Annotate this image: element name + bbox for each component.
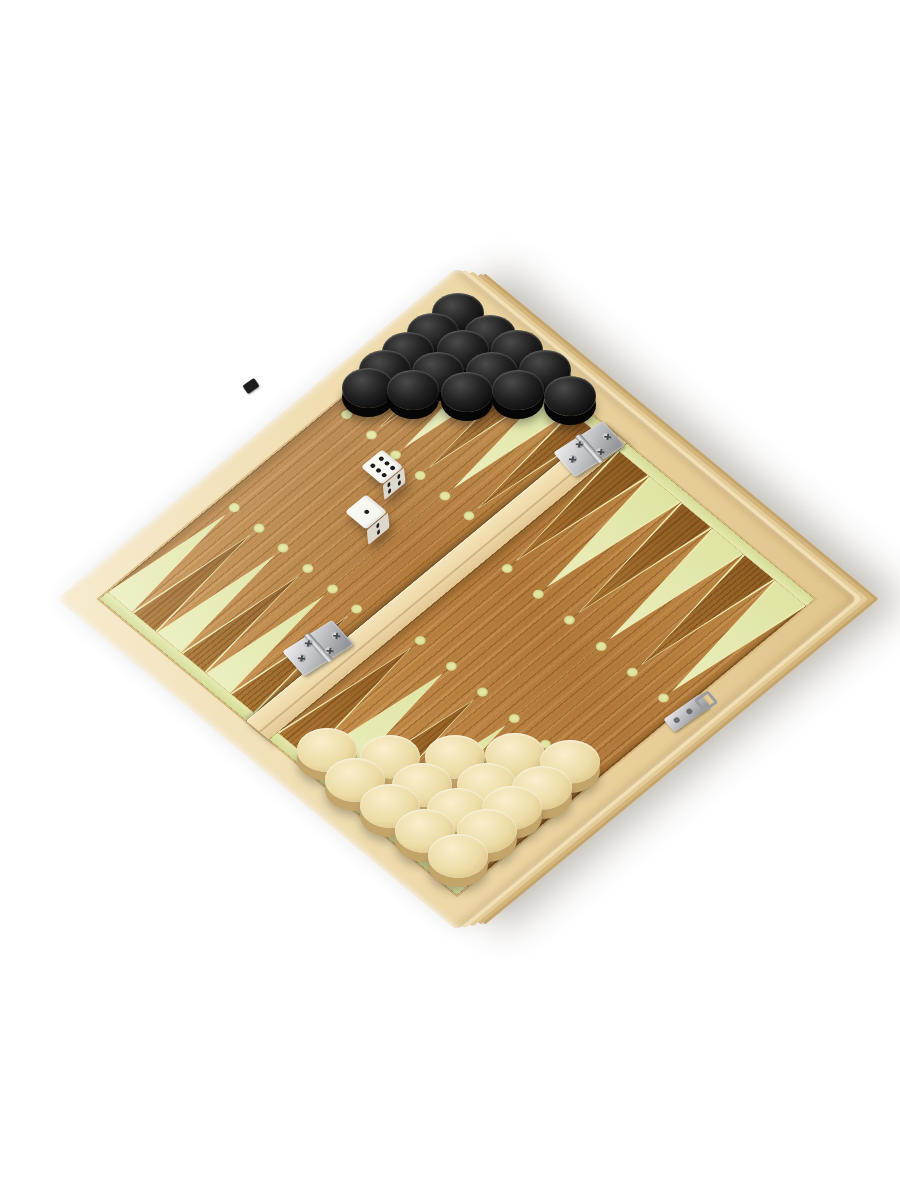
clasp-catch: [242, 378, 259, 394]
black-checker: [387, 370, 439, 410]
hinge-screw: [573, 439, 586, 450]
fold-hinge: [282, 620, 353, 676]
hinge-screw: [302, 638, 315, 649]
hinge-screw: [323, 645, 336, 656]
fold-hinge: [553, 421, 624, 477]
pieces-layer: [0, 0, 900, 1200]
product-photo-stage: [0, 0, 900, 1200]
white-checker: [428, 834, 488, 878]
hinge-screw: [295, 653, 308, 664]
die-1: [365, 447, 409, 495]
hinge-screw: [594, 446, 607, 457]
hinge-screw: [566, 454, 579, 465]
black-checker: [441, 372, 493, 412]
black-checker: [492, 370, 544, 410]
closure-latch: [663, 694, 710, 732]
hinge-screw: [601, 431, 614, 442]
black-checker: [544, 376, 596, 416]
die-2: [349, 492, 393, 540]
hinge-screw: [330, 630, 343, 641]
